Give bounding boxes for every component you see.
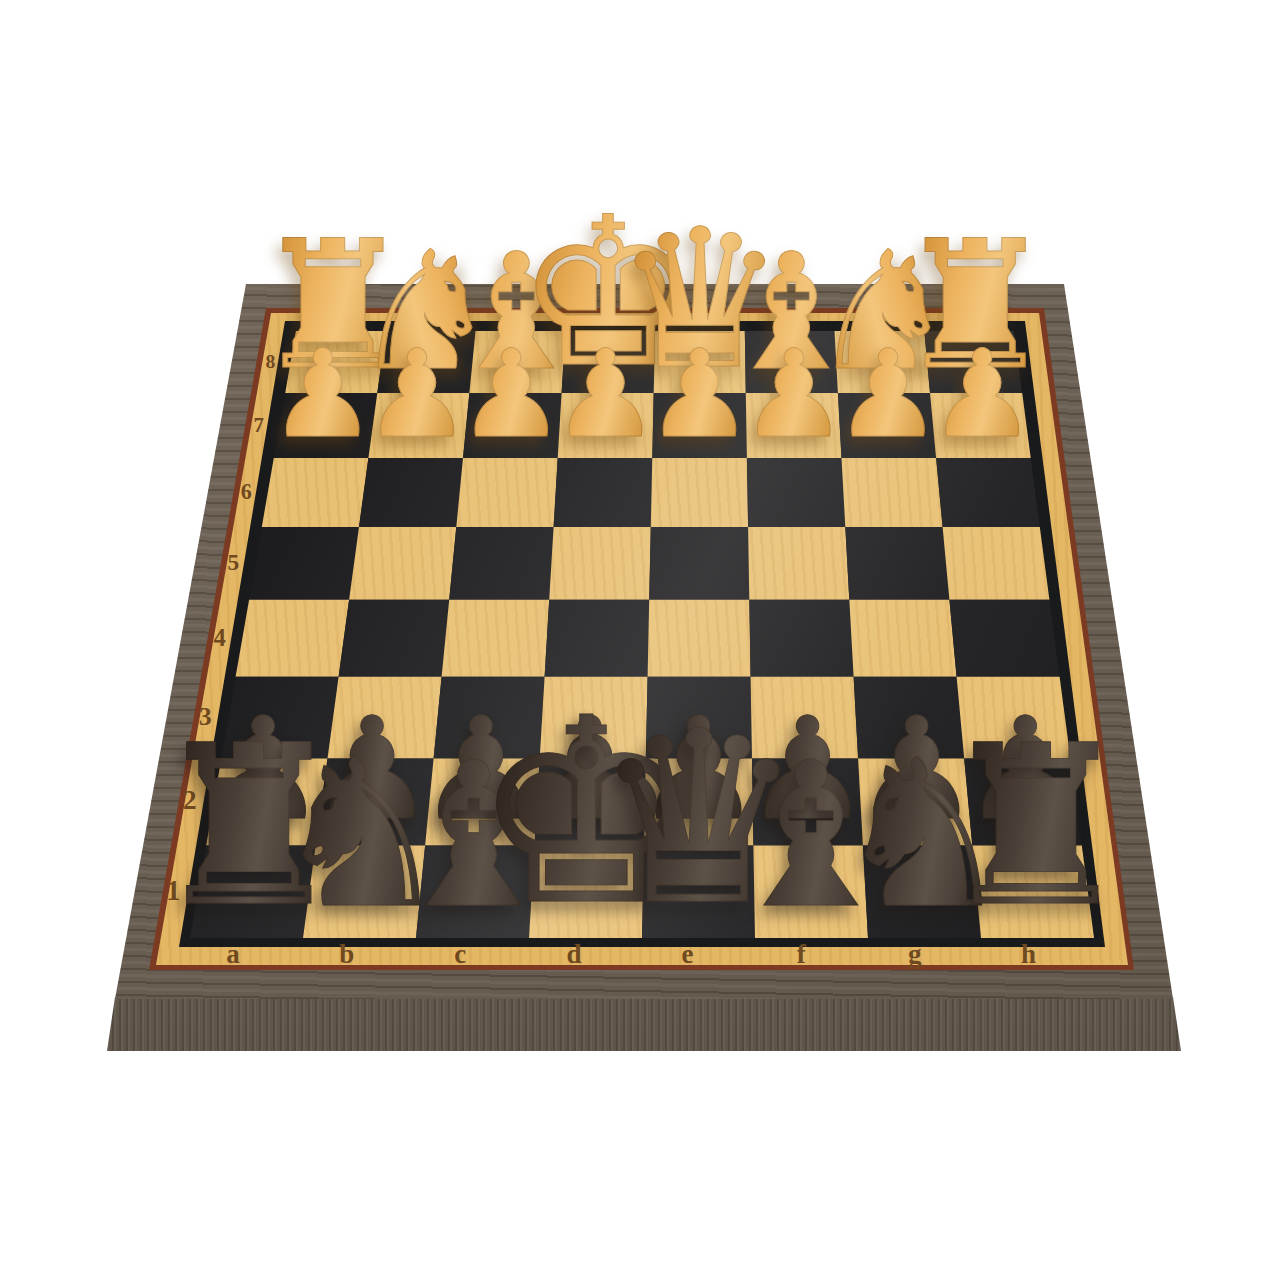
piece-black-rook-h1[interactable]: ♜ [937,717,1135,938]
piece-white-pawn-d7[interactable]: ♟ [551,335,660,456]
board-pieces: ♜♞♝♚♛♝♞♜♟♟♟♟♟♟♟♟♟♟♟♟♟♟♟♟♜♞♝♚♛♝♞♜ [0,0,1280,1280]
piece-white-pawn-c7[interactable]: ♟ [457,335,566,456]
piece-white-pawn-f7[interactable]: ♟ [740,335,849,456]
piece-white-pawn-a7[interactable]: ♟ [269,335,378,456]
piece-white-pawn-e7[interactable]: ♟ [645,335,754,456]
piece-white-pawn-g7[interactable]: ♟ [834,335,943,456]
photo-canvas: overhead photo of a wooden chess set on … [0,0,1280,1280]
piece-white-pawn-h7[interactable]: ♟ [928,335,1037,456]
piece-white-pawn-b7[interactable]: ♟ [363,335,472,456]
